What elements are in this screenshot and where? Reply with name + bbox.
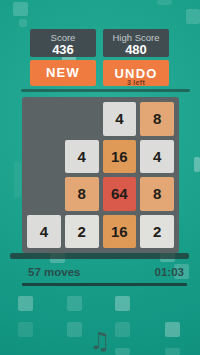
tile-8: 8	[140, 177, 174, 211]
background-decor-square	[67, 322, 82, 337]
empty-cell	[27, 102, 61, 136]
background-decor-square	[115, 322, 130, 337]
score-value: 436	[30, 43, 96, 56]
background-decor-square	[157, 0, 172, 5]
tile-4: 4	[140, 140, 174, 174]
tile-8: 8	[140, 102, 174, 136]
empty-cell	[27, 177, 61, 211]
status-underline	[22, 283, 187, 286]
empty-cell	[65, 102, 99, 136]
background-decor-square	[115, 348, 130, 355]
undo-button[interactable]: UNDO 3 left	[103, 60, 169, 86]
score-panel: Score 436	[30, 29, 96, 57]
background-decor-square	[14, 162, 21, 198]
tile-64: 64	[103, 177, 137, 211]
background-decor-square	[186, 9, 200, 24]
tile-4: 4	[103, 102, 137, 136]
high-score-panel: High Score 480	[103, 29, 169, 57]
background-decor-square	[19, 19, 27, 27]
high-score-value: 480	[103, 43, 169, 56]
background-decor-square	[18, 322, 33, 337]
background-decor-square	[165, 348, 180, 355]
background-decor-square	[18, 296, 33, 311]
background-decor-square	[165, 322, 180, 337]
game-screen: Score 436 High Score 480 NEW UNDO 3 left…	[0, 0, 200, 355]
board-top-shadow	[21, 89, 190, 92]
background-decor-square	[67, 296, 82, 311]
tile-16: 16	[103, 140, 137, 174]
tile-2: 2	[140, 215, 174, 249]
new-game-button-label: NEW	[30, 60, 96, 86]
board-bottom-shadow	[10, 253, 189, 259]
tile-4: 4	[27, 215, 61, 249]
background-decor-square	[13, 2, 28, 16]
timer: 01:03	[155, 266, 184, 278]
new-game-button[interactable]: NEW	[30, 60, 96, 86]
tile-16: 16	[103, 215, 137, 249]
tile-2: 2	[65, 215, 99, 249]
music-note-icon[interactable]: ♫	[89, 328, 111, 354]
empty-cell	[27, 140, 61, 174]
board-grid[interactable]: 484164864842162	[22, 97, 179, 253]
tile-8: 8	[65, 177, 99, 211]
moves-counter: 57 moves	[28, 266, 80, 278]
undo-remaining-label: 3 left	[103, 79, 169, 86]
tile-4: 4	[65, 140, 99, 174]
background-decor-square	[115, 296, 130, 311]
background-decor-square	[194, 157, 200, 172]
